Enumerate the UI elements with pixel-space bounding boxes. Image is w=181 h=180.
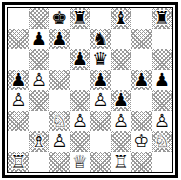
black-king-icon: ♚: [51, 8, 67, 29]
square-d1[interactable]: ♕: [70, 152, 91, 173]
square-b3[interactable]: [29, 111, 50, 132]
square-e1[interactable]: [90, 152, 111, 173]
black-queen-icon: ♛: [92, 49, 108, 70]
square-h8[interactable]: ♜: [152, 8, 173, 29]
square-e4[interactable]: ♙: [90, 90, 111, 111]
square-b6[interactable]: [29, 49, 50, 70]
square-b8[interactable]: [29, 8, 50, 29]
square-h2[interactable]: ♘: [152, 131, 173, 152]
white-king-icon: ♔: [133, 131, 149, 152]
square-g6[interactable]: [131, 49, 152, 70]
square-a7[interactable]: [8, 29, 29, 50]
square-h1[interactable]: [152, 152, 173, 173]
square-c6[interactable]: [49, 49, 70, 70]
black-knight-icon: ♞: [92, 29, 108, 50]
square-f5[interactable]: [111, 70, 132, 91]
square-e6[interactable]: ♛: [90, 49, 111, 70]
black-pawn-icon: ♟: [51, 29, 67, 50]
white-rook-icon: ♖: [10, 152, 26, 173]
white-pawn-icon: ♙: [154, 111, 170, 132]
square-a3[interactable]: [8, 111, 29, 132]
square-d2[interactable]: [70, 131, 91, 152]
black-pawn-icon: ♟: [113, 90, 129, 111]
black-rook-icon: ♜: [154, 8, 170, 29]
square-c8[interactable]: ♚: [49, 8, 70, 29]
square-f4[interactable]: ♟: [111, 90, 132, 111]
white-bishop-icon: ♗: [31, 131, 47, 152]
white-pawn-icon: ♙: [10, 90, 26, 111]
white-pawn-icon: ♙: [51, 131, 67, 152]
square-c7[interactable]: ♟: [49, 29, 70, 50]
square-f7[interactable]: [111, 29, 132, 50]
square-e2[interactable]: [90, 131, 111, 152]
black-pawn-icon: ♟: [92, 70, 108, 91]
white-pawn-icon: ♙: [92, 90, 108, 111]
square-a4[interactable]: ♙: [8, 90, 29, 111]
square-g1[interactable]: [131, 152, 152, 173]
black-pawn-icon: ♟: [10, 70, 26, 91]
white-pawn-icon: ♙: [72, 111, 88, 132]
white-rook-icon: ♖: [113, 152, 129, 173]
square-a1[interactable]: ♖: [8, 152, 29, 173]
square-h7[interactable]: [152, 29, 173, 50]
square-g2[interactable]: ♔: [131, 131, 152, 152]
square-d8[interactable]: ♜: [70, 8, 91, 29]
white-pawn-icon: ♙: [113, 111, 129, 132]
white-knight-icon: ♘: [154, 131, 170, 152]
square-h6[interactable]: [152, 49, 173, 70]
square-c5[interactable]: [49, 70, 70, 91]
square-d7[interactable]: [70, 29, 91, 50]
square-b1[interactable]: [29, 152, 50, 173]
board-inner-border: ♚♜♝♜♟♟♞♟♛♟♙♟♟♟♙♙♟♘♙♙♙♗♙♔♘♖♕♖: [7, 7, 173, 173]
white-knight-icon: ♘: [51, 111, 67, 132]
square-c4[interactable]: [49, 90, 70, 111]
black-pawn-icon: ♟: [31, 29, 47, 50]
square-c2[interactable]: ♙: [49, 131, 70, 152]
black-pawn-icon: ♟: [154, 70, 170, 91]
white-queen-icon: ♕: [72, 152, 88, 173]
square-e7[interactable]: ♞: [90, 29, 111, 50]
square-b4[interactable]: [29, 90, 50, 111]
square-c1[interactable]: [49, 152, 70, 173]
square-d3[interactable]: ♙: [70, 111, 91, 132]
square-f1[interactable]: ♖: [111, 152, 132, 173]
square-g8[interactable]: [131, 8, 152, 29]
square-g7[interactable]: [131, 29, 152, 50]
square-e8[interactable]: [90, 8, 111, 29]
square-d4[interactable]: [70, 90, 91, 111]
square-h5[interactable]: ♟: [152, 70, 173, 91]
square-e5[interactable]: ♟: [90, 70, 111, 91]
square-a8[interactable]: [8, 8, 29, 29]
square-a5[interactable]: ♟: [8, 70, 29, 91]
white-pawn-icon: ♙: [31, 70, 47, 91]
black-bishop-icon: ♝: [113, 8, 129, 29]
square-f8[interactable]: ♝: [111, 8, 132, 29]
square-g4[interactable]: [131, 90, 152, 111]
square-h3[interactable]: ♙: [152, 111, 173, 132]
square-b5[interactable]: ♙: [29, 70, 50, 91]
square-a6[interactable]: [8, 49, 29, 70]
square-f6[interactable]: [111, 49, 132, 70]
square-g3[interactable]: [131, 111, 152, 132]
board-frame: ♚♜♝♜♟♟♞♟♛♟♙♟♟♟♙♙♟♘♙♙♙♗♙♔♘♖♕♖: [2, 2, 178, 178]
square-b2[interactable]: ♗: [29, 131, 50, 152]
black-pawn-icon: ♟: [72, 49, 88, 70]
square-d5[interactable]: [70, 70, 91, 91]
square-b7[interactable]: ♟: [29, 29, 50, 50]
black-pawn-icon: ♟: [133, 70, 149, 91]
square-e3[interactable]: [90, 111, 111, 132]
black-rook-icon: ♜: [72, 8, 88, 29]
square-g5[interactable]: ♟: [131, 70, 152, 91]
square-h4[interactable]: [152, 90, 173, 111]
chess-board: ♚♜♝♜♟♟♞♟♛♟♙♟♟♟♙♙♟♘♙♙♙♗♙♔♘♖♕♖: [8, 8, 172, 172]
square-f2[interactable]: [111, 131, 132, 152]
square-c3[interactable]: ♘: [49, 111, 70, 132]
square-f3[interactable]: ♙: [111, 111, 132, 132]
chess-diagram: ♚♜♝♜♟♟♞♟♛♟♙♟♟♟♙♙♟♘♙♙♙♗♙♔♘♖♕♖: [0, 0, 181, 180]
square-d6[interactable]: ♟: [70, 49, 91, 70]
square-a2[interactable]: [8, 131, 29, 152]
